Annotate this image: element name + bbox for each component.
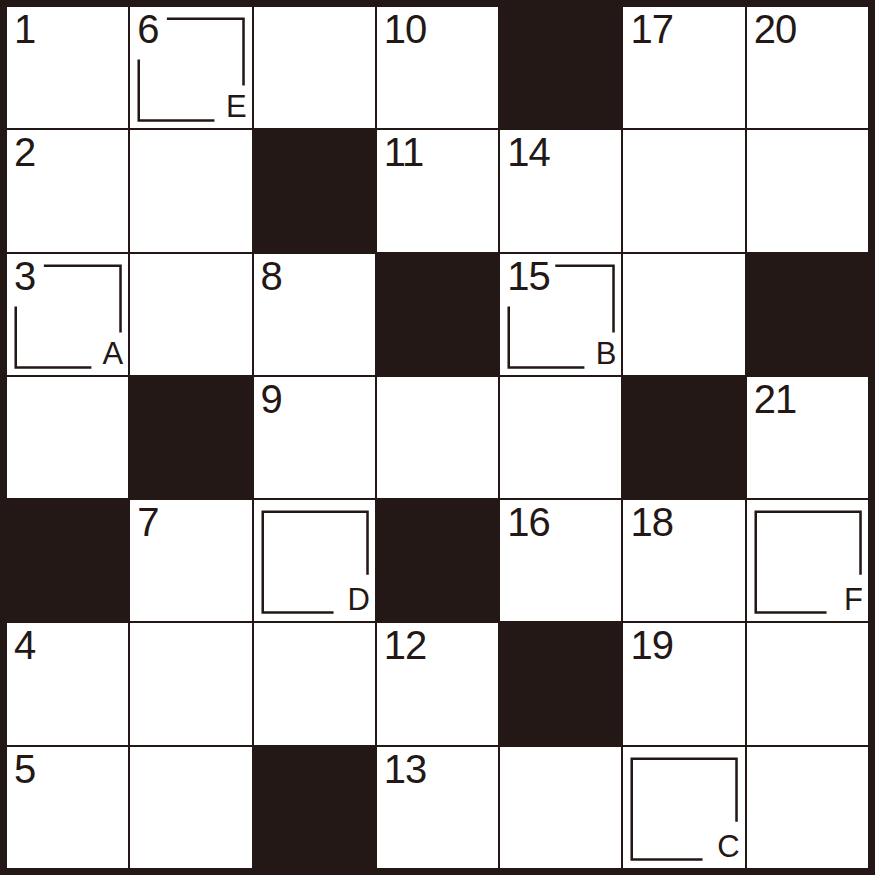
cell-r2c4[interactable]: 11 [377, 130, 498, 251]
cell-r7c4[interactable]: 13 [377, 747, 498, 868]
cell-r7c6[interactable]: C [623, 747, 744, 868]
cell-r5c7[interactable]: F [747, 500, 868, 621]
cell-r5c2[interactable]: 7 [130, 500, 251, 621]
block-cell-r2c3 [254, 130, 375, 251]
clue-number: 5 [14, 749, 35, 789]
cell-r6c6[interactable]: 19 [623, 623, 744, 744]
cell-r1c6[interactable]: 17 [623, 7, 744, 128]
clue-number: 6 [137, 9, 158, 49]
answer-letter-E: E [226, 91, 247, 122]
cell-r7c7[interactable] [747, 747, 868, 868]
answer-letter-B: B [596, 338, 617, 369]
cell-r4c5[interactable] [500, 377, 621, 498]
cell-r5c3[interactable]: D [254, 500, 375, 621]
cell-r6c7[interactable] [747, 623, 868, 744]
clue-number: 11 [384, 132, 424, 172]
cell-r7c2[interactable] [130, 747, 251, 868]
cell-r2c6[interactable] [623, 130, 744, 251]
clue-number: 16 [507, 502, 550, 542]
cell-r1c1[interactable]: 1 [7, 7, 128, 128]
cell-r1c7[interactable]: 20 [747, 7, 868, 128]
cell-r4c4[interactable] [377, 377, 498, 498]
clue-number: 2 [14, 132, 35, 172]
answer-letter-F: F [844, 584, 863, 615]
clue-number: 10 [384, 9, 427, 49]
block-cell-r4c2 [130, 377, 251, 498]
clue-number: 21 [754, 379, 797, 419]
block-cell-r4c6 [623, 377, 744, 498]
clue-number: 20 [754, 9, 797, 49]
cell-r4c7[interactable]: 21 [747, 377, 868, 498]
cell-r6c4[interactable]: 12 [377, 623, 498, 744]
cell-r6c3[interactable] [254, 623, 375, 744]
cell-r4c3[interactable]: 9 [254, 377, 375, 498]
cell-r1c3[interactable] [254, 7, 375, 128]
clue-number: 9 [261, 379, 282, 419]
cell-r5c5[interactable]: 16 [500, 500, 621, 621]
cell-r3c5[interactable]: 15B [500, 254, 621, 375]
cell-r6c1[interactable]: 4 [7, 623, 128, 744]
answer-letter-A: A [103, 338, 124, 369]
crossword-board: 16E101720211143A815B9217D1618F41219513C [0, 0, 875, 875]
block-cell-r3c4 [377, 254, 498, 375]
cell-r2c2[interactable] [130, 130, 251, 251]
cell-r7c1[interactable]: 5 [7, 747, 128, 868]
block-cell-r7c3 [254, 747, 375, 868]
cell-r1c2[interactable]: 6E [130, 7, 251, 128]
block-cell-r5c1 [7, 500, 128, 621]
cell-r3c2[interactable] [130, 254, 251, 375]
cell-r1c4[interactable]: 10 [377, 7, 498, 128]
block-cell-r3c7 [747, 254, 868, 375]
clue-number: 4 [14, 625, 35, 665]
cell-r3c6[interactable] [623, 254, 744, 375]
block-cell-r5c4 [377, 500, 498, 621]
cell-r7c5[interactable] [500, 747, 621, 868]
cell-r6c2[interactable] [130, 623, 251, 744]
cell-r5c6[interactable]: 18 [623, 500, 744, 621]
clue-number: 12 [384, 625, 427, 665]
cell-r4c1[interactable] [7, 377, 128, 498]
block-cell-r1c5 [500, 7, 621, 128]
clue-number: 1 [14, 9, 35, 49]
clue-number: 17 [630, 9, 673, 49]
clue-number: 19 [630, 625, 673, 665]
clue-number: 18 [630, 502, 673, 542]
block-cell-r6c5 [500, 623, 621, 744]
cell-r2c5[interactable]: 14 [500, 130, 621, 251]
answer-letter-D: D [347, 584, 369, 615]
clue-number: 8 [261, 256, 282, 296]
answer-letter-C: C [717, 831, 739, 862]
clue-number: 13 [384, 749, 427, 789]
cell-r3c1[interactable]: 3A [7, 254, 128, 375]
cell-r2c1[interactable]: 2 [7, 130, 128, 251]
clue-number: 14 [507, 132, 550, 172]
clue-number: 7 [137, 502, 158, 542]
clue-number: 15 [507, 256, 550, 296]
clue-number: 3 [14, 256, 35, 296]
cell-r2c7[interactable] [747, 130, 868, 251]
cell-r3c3[interactable]: 8 [254, 254, 375, 375]
